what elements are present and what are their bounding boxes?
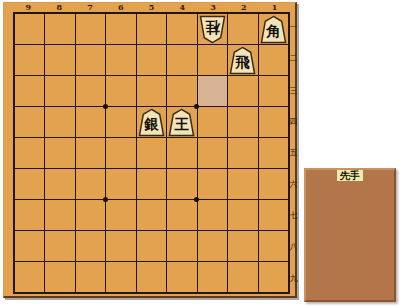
- square-4a[interactable]: [167, 14, 196, 44]
- rank-label-4: 四: [289, 106, 298, 137]
- rank-label-9: 九: [289, 263, 298, 294]
- square-2e[interactable]: [228, 138, 257, 168]
- square-5e[interactable]: [137, 138, 166, 168]
- square-9i[interactable]: [15, 262, 44, 292]
- square-1e[interactable]: [259, 138, 288, 168]
- square-7h[interactable]: [76, 231, 105, 261]
- square-5b[interactable]: [137, 45, 166, 75]
- square-8g[interactable]: [45, 200, 74, 230]
- square-5c[interactable]: [137, 76, 166, 106]
- square-4f[interactable]: [167, 169, 196, 199]
- shogi-app: 987654321 桂角飛銀王 一二三四五六七八九 先手: [0, 0, 400, 307]
- square-3c[interactable]: [198, 76, 227, 106]
- square-2a[interactable]: [228, 14, 257, 44]
- square-6i[interactable]: [106, 262, 135, 292]
- square-6e[interactable]: [106, 138, 135, 168]
- square-8d[interactable]: [45, 107, 74, 137]
- square-7f[interactable]: [76, 169, 105, 199]
- square-2d[interactable]: [228, 107, 257, 137]
- file-label-7: 7: [75, 3, 106, 12]
- square-1f[interactable]: [259, 169, 288, 199]
- piece-kanji: 角: [265, 23, 280, 39]
- rank-label-3: 三: [289, 75, 298, 106]
- file-label-8: 8: [44, 3, 75, 12]
- square-7e[interactable]: [76, 138, 105, 168]
- square-8h[interactable]: [45, 231, 74, 261]
- sente-label: 先手: [337, 170, 363, 181]
- square-8f[interactable]: [45, 169, 74, 199]
- square-3i[interactable]: [198, 262, 227, 292]
- square-1h[interactable]: [259, 231, 288, 261]
- sente-hand-stand[interactable]: 先手: [304, 168, 396, 302]
- square-5a[interactable]: [137, 14, 166, 44]
- square-3e[interactable]: [198, 138, 227, 168]
- square-9h[interactable]: [15, 231, 44, 261]
- square-2c[interactable]: [228, 76, 257, 106]
- square-4e[interactable]: [167, 138, 196, 168]
- rank-labels: 一二三四五六七八九: [289, 12, 298, 294]
- piece-kanji: 王: [175, 116, 190, 132]
- square-7c[interactable]: [76, 76, 105, 106]
- square-8i[interactable]: [45, 262, 74, 292]
- square-8e[interactable]: [45, 138, 74, 168]
- rank-label-7: 七: [289, 200, 298, 231]
- square-6a[interactable]: [106, 14, 135, 44]
- file-labels: 987654321: [13, 3, 290, 12]
- square-1b[interactable]: [259, 45, 288, 75]
- square-3b[interactable]: [198, 45, 227, 75]
- rank-label-8: 八: [289, 231, 298, 262]
- square-3d[interactable]: [198, 107, 227, 137]
- square-7d[interactable]: [76, 107, 105, 137]
- file-label-2: 2: [228, 3, 259, 12]
- square-4g[interactable]: [167, 200, 196, 230]
- piece-sente-bishop-1a[interactable]: 角: [260, 15, 287, 44]
- square-4h[interactable]: [167, 231, 196, 261]
- piece-gote-knight-3a[interactable]: 桂: [199, 15, 226, 44]
- file-label-1: 1: [259, 3, 290, 12]
- square-8a[interactable]: [45, 14, 74, 44]
- square-2g[interactable]: [228, 200, 257, 230]
- file-label-5: 5: [136, 3, 167, 12]
- square-9b[interactable]: [15, 45, 44, 75]
- file-label-9: 9: [13, 3, 44, 12]
- square-4b[interactable]: [167, 45, 196, 75]
- piece-sente-silver-5d[interactable]: 銀: [138, 108, 165, 137]
- square-1g[interactable]: [259, 200, 288, 230]
- square-9g[interactable]: [15, 200, 44, 230]
- file-label-4: 4: [167, 3, 198, 12]
- piece-kanji: 飛: [235, 54, 251, 70]
- square-3g[interactable]: [198, 200, 227, 230]
- square-9e[interactable]: [15, 138, 44, 168]
- square-9d[interactable]: [15, 107, 44, 137]
- square-2h[interactable]: [228, 231, 257, 261]
- square-5f[interactable]: [137, 169, 166, 199]
- square-6d[interactable]: [106, 107, 135, 137]
- file-label-3: 3: [198, 3, 229, 12]
- piece-sente-king-4d[interactable]: 王: [168, 108, 195, 137]
- square-2i[interactable]: [228, 262, 257, 292]
- rank-label-2: 二: [289, 43, 298, 74]
- square-2f[interactable]: [228, 169, 257, 199]
- square-3h[interactable]: [198, 231, 227, 261]
- piece-sente-rook-2b[interactable]: 飛: [229, 46, 256, 75]
- square-8b[interactable]: [45, 45, 74, 75]
- file-label-6: 6: [105, 3, 136, 12]
- square-6h[interactable]: [106, 231, 135, 261]
- square-4i[interactable]: [167, 262, 196, 292]
- square-9a[interactable]: [15, 14, 44, 44]
- square-7b[interactable]: [76, 45, 105, 75]
- square-5h[interactable]: [137, 231, 166, 261]
- square-5i[interactable]: [137, 262, 166, 292]
- square-5g[interactable]: [137, 200, 166, 230]
- square-9f[interactable]: [15, 169, 44, 199]
- square-6b[interactable]: [106, 45, 135, 75]
- rank-label-1: 一: [289, 12, 298, 43]
- square-1i[interactable]: [259, 262, 288, 292]
- square-6c[interactable]: [106, 76, 135, 106]
- square-6f[interactable]: [106, 169, 135, 199]
- square-7i[interactable]: [76, 262, 105, 292]
- square-6g[interactable]: [106, 200, 135, 230]
- rank-label-6: 六: [289, 169, 298, 200]
- square-8c[interactable]: [45, 76, 74, 106]
- square-1c[interactable]: [259, 76, 288, 106]
- piece-kanji: 桂: [205, 19, 221, 35]
- square-7g[interactable]: [76, 200, 105, 230]
- piece-kanji: 銀: [143, 116, 159, 132]
- square-4c[interactable]: [167, 76, 196, 106]
- shogi-board: 987654321 桂角飛銀王 一二三四五六七八九: [3, 2, 297, 298]
- square-9c[interactable]: [15, 76, 44, 106]
- rank-label-5: 五: [289, 137, 298, 168]
- square-7a[interactable]: [76, 14, 105, 44]
- square-3f[interactable]: [198, 169, 227, 199]
- square-1d[interactable]: [259, 107, 288, 137]
